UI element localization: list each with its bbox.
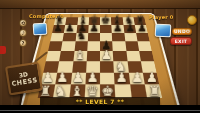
white-king[interactable]: ♚ — [101, 84, 114, 98]
white-rook[interactable]: ♜ — [148, 84, 161, 98]
side-button-column: ⟲♪? — [19, 19, 27, 47]
chess-pieces-layer: ♜♝♛♚♝♞♜♟♟♟♟♟♟♟♞♟♝♟♞♟♟♟♟♟♟♟♜♞♝♛♚♜ — [38, 17, 163, 98]
nav-hint-line — [0, 110, 200, 111]
piece-cell-e7 — [100, 25, 112, 33]
black-pawn[interactable]: ♟ — [125, 22, 135, 33]
piece-cell-e3 — [100, 61, 114, 72]
white-knight[interactable]: ♞ — [55, 84, 68, 98]
white-pawn[interactable]: ♟ — [101, 49, 112, 61]
piece-cell-b6 — [63, 33, 76, 42]
level-text: ** LEVEL 7 ** — [76, 98, 125, 105]
piece-cell-c6: ♞ — [75, 33, 88, 42]
monitor-screen-icon — [156, 25, 171, 37]
piece-cell-h5 — [137, 42, 152, 51]
left-player-monitor-icon — [33, 23, 48, 36]
left-player-label: Computer 0 — [29, 13, 64, 19]
black-knight[interactable]: ♞ — [76, 30, 86, 41]
game-screen: ♜♝♛♚♝♞♜♟♟♟♟♟♟♟♞♟♝♟♞♟♟♟♟♟♟♟♜♞♝♛♚♜ Compute… — [0, 0, 200, 113]
piece-cell-f6 — [112, 33, 125, 42]
piece-cell-e8: ♚ — [100, 17, 112, 24]
black-pawn[interactable]: ♟ — [137, 22, 147, 33]
piece-cell-f5 — [112, 42, 125, 51]
piece-cell-d5 — [87, 42, 100, 51]
white-pawn[interactable]: ♟ — [131, 71, 143, 84]
level-bar: ** LEVEL 7 ** — [40, 97, 160, 105]
coin-icon[interactable] — [187, 15, 197, 25]
piece-cell-e4: ♟ — [100, 51, 114, 61]
piece-cell-h4 — [139, 51, 154, 61]
piece-cell-d7: ♟ — [88, 25, 100, 33]
sound-button[interactable]: ♪ — [19, 29, 27, 37]
white-bishop[interactable]: ♝ — [74, 49, 85, 61]
piece-cell-f7: ♟ — [112, 25, 124, 33]
piece-cell-a5 — [48, 42, 63, 51]
white-bishop[interactable]: ♝ — [70, 84, 83, 98]
white-queen[interactable]: ♛ — [86, 84, 99, 98]
red-ribbon — [0, 46, 6, 54]
right-player-label: Player 0 — [149, 14, 174, 20]
piece-cell-h6 — [136, 33, 150, 42]
hint-button[interactable]: ? — [19, 39, 27, 47]
title-sign: 3D CHESS — [5, 62, 43, 96]
piece-cell-h7: ♟ — [135, 25, 148, 33]
black-pawn[interactable]: ♟ — [65, 22, 75, 33]
piece-cell-f2: ♟ — [114, 72, 130, 84]
undo-button[interactable]: UNDO — [172, 28, 192, 35]
piece-cell-b4 — [59, 51, 74, 61]
piece-cell-d4 — [86, 51, 100, 61]
piece-cell-d6 — [88, 33, 100, 42]
black-pawn[interactable]: ♟ — [53, 22, 63, 33]
exit-button[interactable]: EXIT — [170, 37, 192, 45]
title-sign-line2: CHESS — [11, 76, 38, 88]
black-pawn[interactable]: ♟ — [89, 22, 99, 33]
black-king[interactable]: ♚ — [101, 14, 110, 24]
white-pawn[interactable]: ♟ — [116, 71, 128, 84]
bottom-letterbox — [0, 105, 200, 113]
black-pawn[interactable]: ♟ — [113, 22, 123, 33]
right-player-monitor-icon — [155, 24, 172, 38]
rotate-view-button[interactable]: ⟲ — [19, 19, 27, 27]
piece-cell-g7: ♟ — [123, 25, 136, 33]
piece-cell-b7: ♟ — [64, 25, 77, 33]
piece-cell-b5 — [61, 42, 75, 51]
piece-cell-c4: ♝ — [73, 51, 87, 61]
monitor-screen-icon — [34, 24, 47, 35]
piece-cell-g2: ♟ — [128, 72, 144, 84]
